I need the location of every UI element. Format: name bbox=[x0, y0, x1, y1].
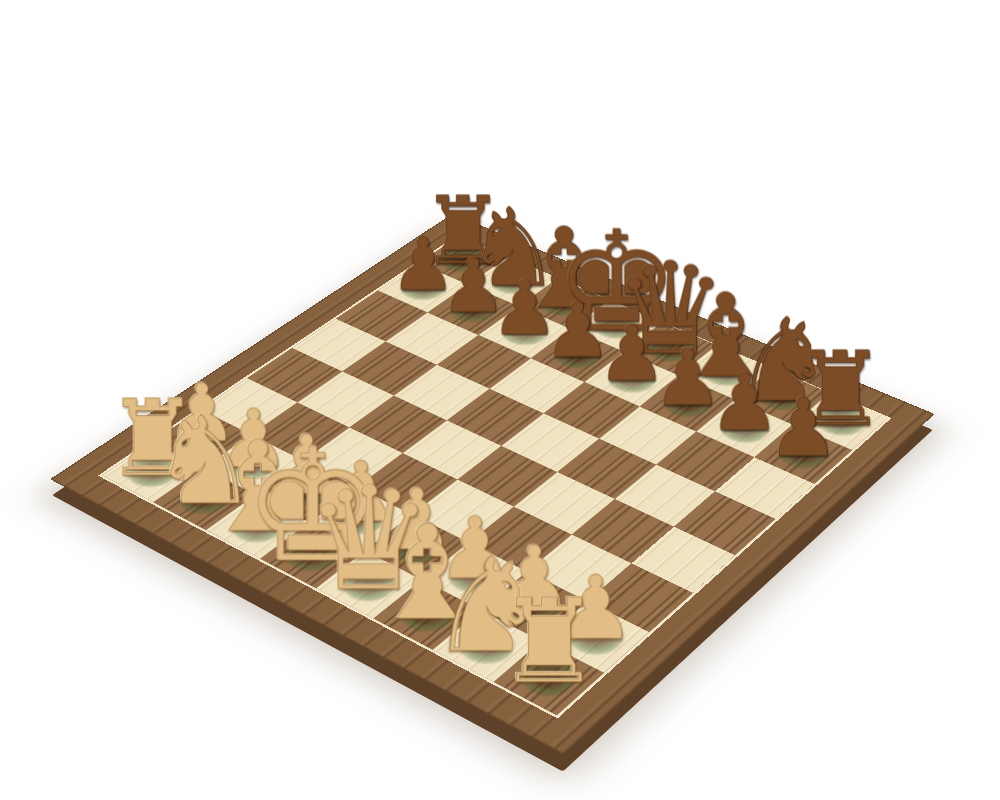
chess-board: ♜♟♟♜♞♟♟♞♝♟♟♝♚♟♟♚♛♟♟♛♝♟♟♝♞♟♟♞♜♟♟♜ bbox=[50, 214, 935, 755]
scene: ♜♟♟♜♞♟♟♞♝♟♟♝♚♟♟♚♛♟♟♛♝♟♟♝♞♟♟♞♜♟♟♜ bbox=[0, 0, 1000, 800]
squares-grid: ♜♟♟♜♞♟♟♞♝♟♟♝♚♟♟♚♛♟♟♛♝♟♟♝♞♟♟♞♜♟♟♜ bbox=[98, 235, 892, 718]
square-a1[interactable]: ♜ bbox=[494, 641, 604, 715]
board-frame: ♜♟♟♜♞♟♟♞♝♟♟♝♚♟♟♚♛♟♟♛♝♟♟♝♞♟♟♞♜♟♟♜ bbox=[50, 214, 935, 755]
product-photo-chess-set: ♜♟♟♜♞♟♟♞♝♟♟♝♚♟♟♚♛♟♟♛♝♟♟♝♞♟♟♞♜♟♟♜ bbox=[0, 0, 1000, 800]
square-a7[interactable]: ♟ bbox=[755, 424, 852, 483]
black-pawn-icon: ♟ bbox=[713, 389, 894, 469]
